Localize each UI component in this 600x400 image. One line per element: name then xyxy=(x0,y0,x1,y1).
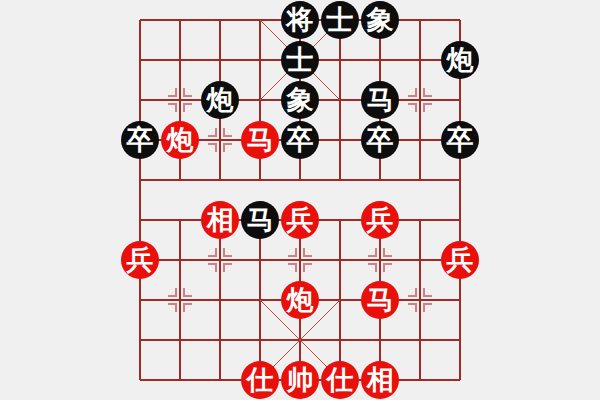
piece-red-general[interactable]: 帅 xyxy=(281,361,319,399)
piece-red-cannon[interactable]: 炮 xyxy=(161,121,199,159)
piece-black-elephant[interactable]: 象 xyxy=(281,81,319,119)
piece-black-soldier[interactable]: 卒 xyxy=(361,121,399,159)
piece-black-soldier[interactable]: 卒 xyxy=(121,121,159,159)
piece-red-soldier[interactable]: 兵 xyxy=(281,201,319,239)
piece-red-horse[interactable]: 马 xyxy=(361,281,399,319)
piece-red-horse[interactable]: 马 xyxy=(241,121,279,159)
piece-black-elephant[interactable]: 象 xyxy=(361,1,399,39)
piece-red-elephant[interactable]: 相 xyxy=(361,361,399,399)
piece-black-horse[interactable]: 马 xyxy=(241,201,279,239)
piece-black-advisor[interactable]: 士 xyxy=(321,1,359,39)
piece-red-soldier[interactable]: 兵 xyxy=(441,241,479,279)
piece-red-cannon[interactable]: 炮 xyxy=(281,281,319,319)
piece-red-advisor[interactable]: 仕 xyxy=(321,361,359,399)
piece-red-elephant[interactable]: 相 xyxy=(201,201,239,239)
piece-red-advisor[interactable]: 仕 xyxy=(241,361,279,399)
piece-black-soldier[interactable]: 卒 xyxy=(281,121,319,159)
piece-black-advisor[interactable]: 士 xyxy=(281,41,319,79)
piece-black-horse[interactable]: 马 xyxy=(361,81,399,119)
piece-black-general[interactable]: 将 xyxy=(281,1,319,39)
piece-black-soldier[interactable]: 卒 xyxy=(441,121,479,159)
piece-red-soldier[interactable]: 兵 xyxy=(121,241,159,279)
xiangqi-board: 将士象士炮炮象马卒炮马卒卒卒相马兵兵兵兵炮马仕帅仕相 xyxy=(0,0,600,400)
piece-black-cannon[interactable]: 炮 xyxy=(201,81,239,119)
piece-grid: 将士象士炮炮象马卒炮马卒卒卒相马兵兵兵兵炮马仕帅仕相 xyxy=(120,0,480,400)
piece-red-soldier[interactable]: 兵 xyxy=(361,201,399,239)
piece-black-cannon[interactable]: 炮 xyxy=(441,41,479,79)
